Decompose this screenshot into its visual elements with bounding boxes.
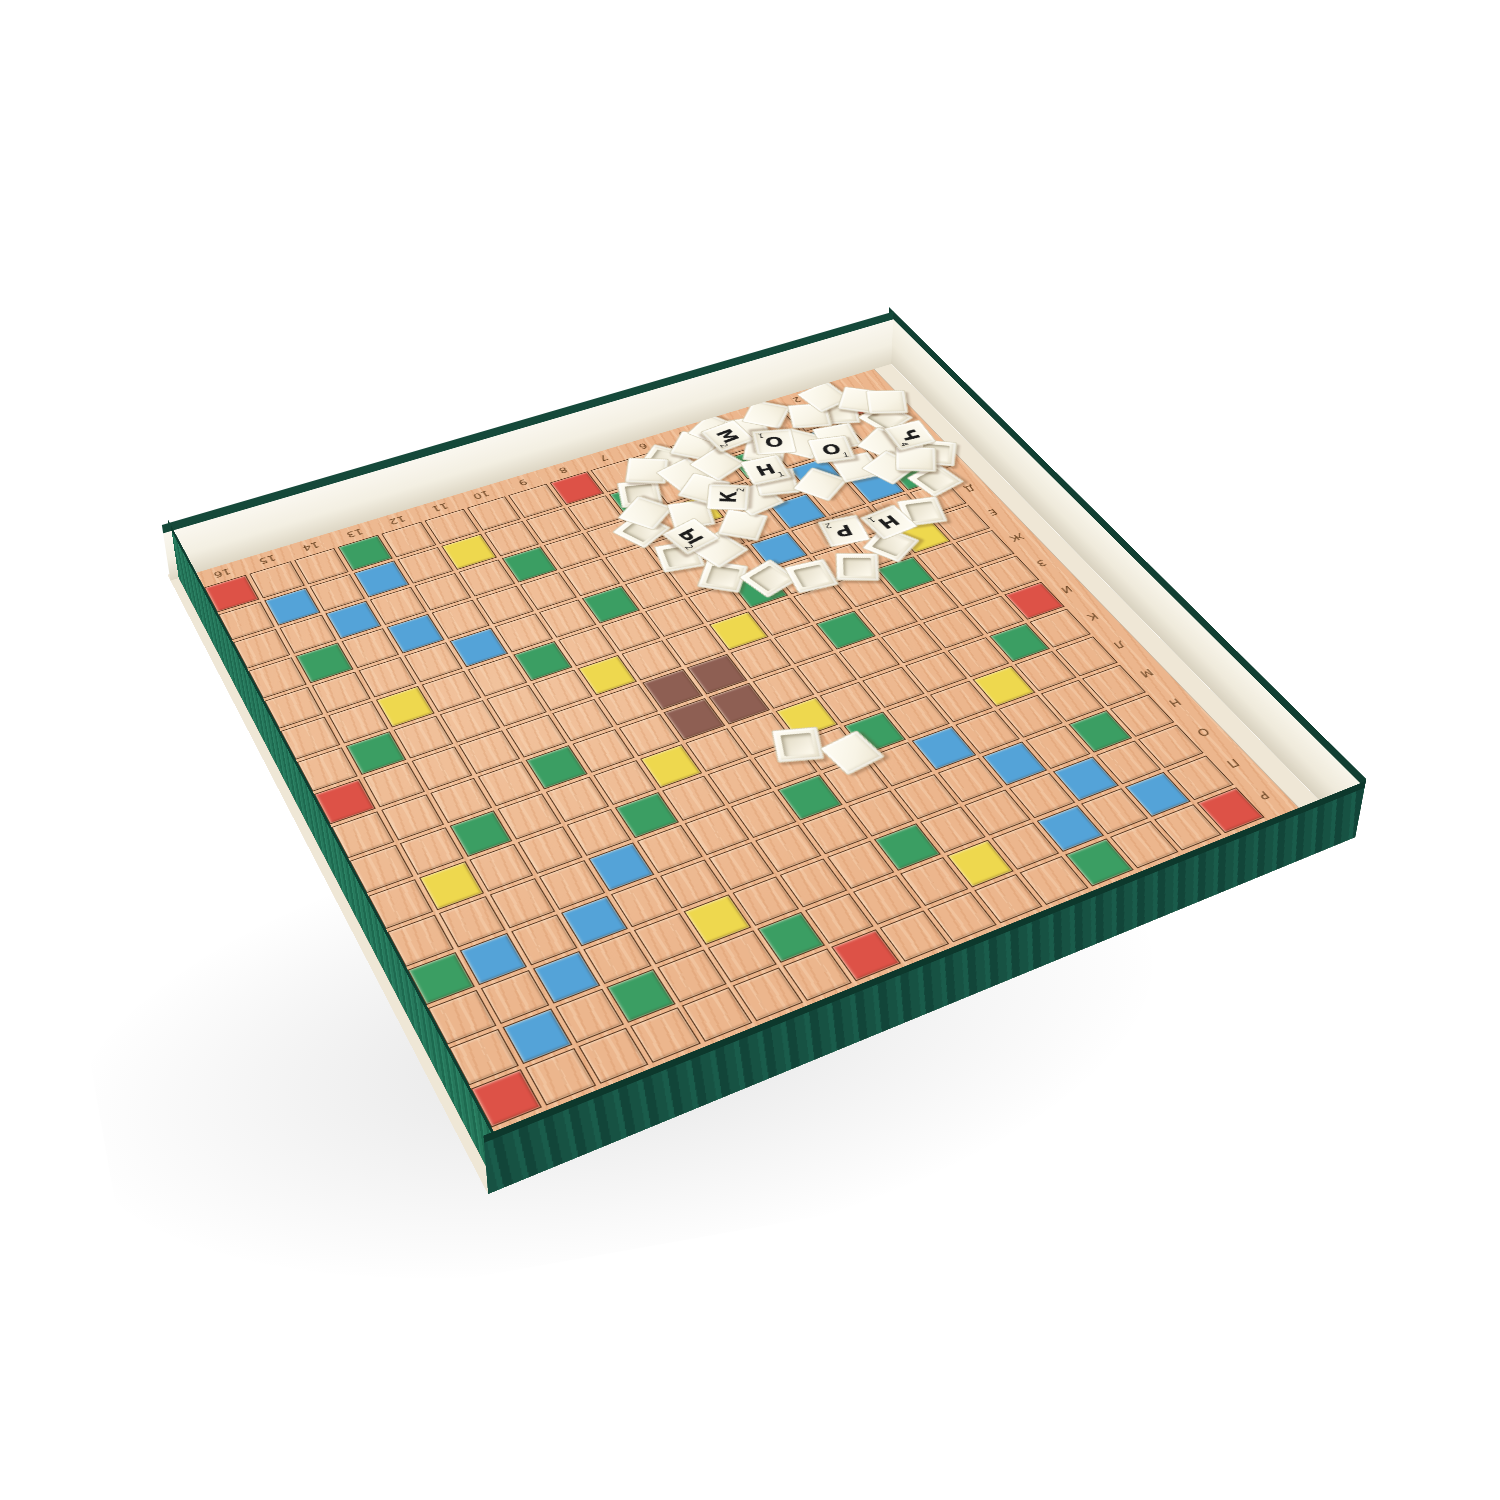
board-cell <box>731 713 794 756</box>
board-cell <box>868 742 932 786</box>
board-cell <box>1167 755 1234 800</box>
board-cell <box>618 714 680 757</box>
board-cell <box>1081 788 1148 834</box>
board-cell-premium-B <box>502 1008 572 1064</box>
board-cell-premium-W <box>664 698 726 740</box>
board-cell <box>511 914 578 965</box>
board-cell-premium-B <box>1037 805 1104 852</box>
photo-canvas: 16151413121110987654321 АБВГДЕЖЗИКЛМНОПР… <box>0 0 1500 1500</box>
board-cell <box>430 778 492 824</box>
board-cell <box>684 808 749 855</box>
board-cell <box>657 949 726 1002</box>
board-cell-premium-Y <box>775 697 837 739</box>
board-cell <box>489 878 555 928</box>
board-cell <box>848 790 914 836</box>
row-letter-label: П <box>1206 743 1260 784</box>
board-cell <box>572 729 634 773</box>
board-cell <box>593 760 656 805</box>
board-cell <box>440 700 500 742</box>
board-cell-premium-G <box>345 731 406 775</box>
letter-tile-О[interactable]: О1 <box>752 428 798 455</box>
board-cell <box>887 696 950 738</box>
board-cell <box>567 809 631 856</box>
board-cell <box>411 746 472 790</box>
board-cell <box>900 857 968 906</box>
board-cell <box>439 897 505 948</box>
tile-face <box>819 730 885 776</box>
board-cell-premium-Y <box>419 862 484 911</box>
row-letter-label: Р <box>1236 774 1291 816</box>
blank-tile[interactable] <box>865 390 908 414</box>
board-cell <box>393 716 453 759</box>
board-cell <box>853 875 921 925</box>
board-cell <box>328 701 388 743</box>
tile-hollow-underside <box>780 733 815 757</box>
board-cell <box>363 762 425 807</box>
board-cell <box>660 859 726 908</box>
board-cell <box>506 715 567 758</box>
board-cell <box>400 827 464 875</box>
board-cell-premium-G <box>615 792 679 838</box>
tile-hollow-underside <box>843 558 872 576</box>
board-cell-premium-B <box>588 843 653 891</box>
board-cell <box>708 842 774 890</box>
board-cell <box>539 860 605 909</box>
board-cell <box>823 758 887 803</box>
board-cell <box>1110 694 1174 736</box>
board-cell-premium-G <box>606 969 675 1023</box>
board-cell <box>731 791 796 837</box>
board-cell-premium-G <box>778 775 843 820</box>
flipped-tile-tray[interactable] <box>835 553 879 581</box>
board-cell <box>1009 773 1075 818</box>
board-cell-premium-B <box>561 895 628 946</box>
board-cell <box>552 699 613 741</box>
board-cell-premium-Y <box>946 839 1014 887</box>
board-cell <box>827 841 894 889</box>
board-cell <box>480 970 548 1024</box>
board-cell-premium-G <box>449 810 513 857</box>
board-cell <box>1138 724 1203 767</box>
board-cell-premium-G <box>757 912 826 963</box>
board-cell-premium-Y <box>683 894 751 945</box>
tile-face <box>771 727 824 763</box>
board-cell <box>1025 725 1090 768</box>
board-cell <box>518 826 582 874</box>
board-cell <box>381 794 444 840</box>
flipped-tile-tray[interactable] <box>784 558 840 593</box>
board-cell <box>583 932 651 984</box>
board-cell <box>611 877 678 927</box>
board-cell-premium-B <box>1124 772 1191 817</box>
board-cell <box>805 893 873 943</box>
blank-tile[interactable] <box>819 730 885 776</box>
board-cell <box>708 759 772 804</box>
board-cell-premium-G <box>843 712 906 755</box>
board-cell <box>478 761 540 806</box>
board-cell <box>546 777 609 823</box>
board-cell <box>732 876 799 926</box>
board-cell <box>802 807 868 854</box>
board-cell <box>555 988 624 1043</box>
board-cell-premium-G <box>873 823 940 870</box>
flipped-tile-tray[interactable] <box>771 727 824 763</box>
board-cell <box>799 727 862 770</box>
board-cell <box>498 793 561 839</box>
tile-face <box>865 390 908 414</box>
board-cell <box>1096 740 1162 784</box>
board-cell <box>780 858 847 907</box>
board-cell <box>707 930 776 982</box>
board-cell-premium-B <box>459 933 526 985</box>
board-cell-premium-G <box>525 745 587 789</box>
board-cell-premium-B <box>532 951 600 1004</box>
board-cell-premium-B <box>1052 756 1118 801</box>
board-cell <box>686 728 749 772</box>
board-cell <box>938 757 1003 802</box>
tile-value: 2 <box>735 488 747 492</box>
board-cell-premium-Y <box>640 744 703 788</box>
board-cell-premium-B <box>982 741 1047 785</box>
board-cell <box>459 730 520 774</box>
board-cell <box>992 822 1059 869</box>
board-cell <box>754 743 818 787</box>
board-cell <box>893 774 958 819</box>
board-cell <box>755 824 821 872</box>
letter-tile-К[interactable]: К2 <box>706 484 750 511</box>
board-cell <box>637 825 702 873</box>
row-letter-label: О <box>1177 713 1230 753</box>
board-cell <box>919 806 986 853</box>
board-cell <box>964 789 1030 835</box>
board-cell-premium-B <box>912 726 976 769</box>
board-cell <box>956 711 1020 754</box>
board-cell <box>634 913 702 964</box>
board-cell <box>469 844 534 892</box>
board-cell-premium-G <box>1068 710 1133 753</box>
board-cell <box>662 776 726 821</box>
board-cell <box>998 695 1062 737</box>
